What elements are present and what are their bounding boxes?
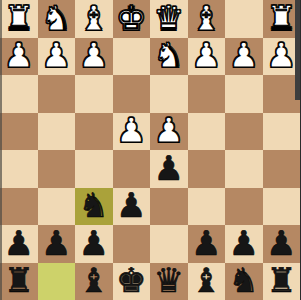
- square-g5[interactable]: [38, 150, 76, 188]
- square-g8[interactable]: [38, 263, 76, 300]
- square-f2[interactable]: ♟: [75, 38, 113, 76]
- square-c3[interactable]: [188, 75, 226, 113]
- square-a7[interactable]: ♟: [263, 225, 301, 263]
- square-c6[interactable]: [188, 188, 226, 226]
- right-edge-strip: [295, 0, 300, 100]
- square-g7[interactable]: ♟: [38, 225, 76, 263]
- square-g2[interactable]: ♟: [38, 38, 76, 76]
- square-f8[interactable]: ♝: [75, 263, 113, 300]
- square-h6[interactable]: [0, 188, 38, 226]
- white-bishop[interactable]: ♝: [79, 1, 109, 35]
- square-e3[interactable]: [113, 75, 151, 113]
- square-d1[interactable]: ♛: [150, 0, 188, 38]
- black-bishop[interactable]: ♝: [191, 263, 221, 297]
- square-e7[interactable]: [113, 225, 151, 263]
- board-left-edge: [0, 0, 2, 300]
- black-queen[interactable]: ♛: [154, 263, 184, 297]
- square-e6[interactable]: ♟: [113, 188, 151, 226]
- square-c1[interactable]: ♝: [188, 0, 226, 38]
- square-d3[interactable]: [150, 75, 188, 113]
- black-king[interactable]: ♚: [116, 263, 146, 297]
- square-b3[interactable]: [225, 75, 263, 113]
- square-e5[interactable]: [113, 150, 151, 188]
- square-f3[interactable]: [75, 75, 113, 113]
- square-d6[interactable]: [150, 188, 188, 226]
- square-d7[interactable]: [150, 225, 188, 263]
- square-g3[interactable]: [38, 75, 76, 113]
- square-f6[interactable]: ♞: [75, 188, 113, 226]
- square-a6[interactable]: [263, 188, 301, 226]
- square-f5[interactable]: [75, 150, 113, 188]
- black-pawn[interactable]: ♟: [79, 226, 109, 260]
- white-pawn[interactable]: ♟: [191, 38, 221, 72]
- black-pawn[interactable]: ♟: [4, 226, 34, 260]
- black-pawn[interactable]: ♟: [116, 188, 146, 222]
- square-b1[interactable]: [225, 0, 263, 38]
- white-knight[interactable]: ♞: [41, 1, 71, 35]
- square-c2[interactable]: ♟: [188, 38, 226, 76]
- white-queen[interactable]: ♛: [154, 1, 184, 35]
- square-b2[interactable]: ♟: [225, 38, 263, 76]
- square-a5[interactable]: [263, 150, 301, 188]
- square-b7[interactable]: ♟: [225, 225, 263, 263]
- square-f4[interactable]: [75, 113, 113, 151]
- chess-board: ♜♞♝♚♛♝♜♟♟♟♞♟♟♟♟♟♟♞♟♟♟♟♟♟♟♜♝♚♛♝♞♜: [0, 0, 300, 300]
- white-pawn[interactable]: ♟: [116, 113, 146, 147]
- black-knight[interactable]: ♞: [79, 188, 109, 222]
- square-b6[interactable]: [225, 188, 263, 226]
- white-rook[interactable]: ♜: [4, 1, 34, 35]
- square-e2[interactable]: [113, 38, 151, 76]
- square-b8[interactable]: ♞: [225, 263, 263, 300]
- black-rook[interactable]: ♜: [266, 263, 296, 297]
- white-knight[interactable]: ♞: [154, 38, 184, 72]
- square-e8[interactable]: ♚: [113, 263, 151, 300]
- square-c5[interactable]: [188, 150, 226, 188]
- white-bishop[interactable]: ♝: [191, 1, 221, 35]
- square-c7[interactable]: ♟: [188, 225, 226, 263]
- white-pawn[interactable]: ♟: [41, 38, 71, 72]
- square-g6[interactable]: [38, 188, 76, 226]
- square-d4[interactable]: ♟: [150, 113, 188, 151]
- square-h7[interactable]: ♟: [0, 225, 38, 263]
- white-king[interactable]: ♚: [116, 1, 146, 35]
- square-c8[interactable]: ♝: [188, 263, 226, 300]
- square-e4[interactable]: ♟: [113, 113, 151, 151]
- square-c4[interactable]: [188, 113, 226, 151]
- black-pawn[interactable]: ♟: [191, 226, 221, 260]
- square-g1[interactable]: ♞: [38, 0, 76, 38]
- square-b4[interactable]: [225, 113, 263, 151]
- white-pawn[interactable]: ♟: [79, 38, 109, 72]
- square-h3[interactable]: [0, 75, 38, 113]
- black-knight[interactable]: ♞: [229, 263, 259, 297]
- black-pawn[interactable]: ♟: [41, 226, 71, 260]
- square-b5[interactable]: [225, 150, 263, 188]
- chess-board-container: ♜♞♝♚♛♝♜♟♟♟♞♟♟♟♟♟♟♞♟♟♟♟♟♟♟♜♝♚♛♝♞♜: [0, 0, 300, 300]
- white-pawn[interactable]: ♟: [154, 113, 184, 147]
- square-f7[interactable]: ♟: [75, 225, 113, 263]
- square-g4[interactable]: [38, 113, 76, 151]
- white-pawn[interactable]: ♟: [4, 38, 34, 72]
- black-pawn[interactable]: ♟: [154, 151, 184, 185]
- square-a8[interactable]: ♜: [263, 263, 301, 300]
- black-bishop[interactable]: ♝: [79, 263, 109, 297]
- square-e1[interactable]: ♚: [113, 0, 151, 38]
- square-d8[interactable]: ♛: [150, 263, 188, 300]
- square-h4[interactable]: [0, 113, 38, 151]
- square-d5[interactable]: ♟: [150, 150, 188, 188]
- square-h1[interactable]: ♜: [0, 0, 38, 38]
- square-d2[interactable]: ♞: [150, 38, 188, 76]
- black-rook[interactable]: ♜: [4, 263, 34, 297]
- white-rook[interactable]: ♜: [266, 1, 296, 35]
- black-pawn[interactable]: ♟: [266, 226, 296, 260]
- square-a4[interactable]: [263, 113, 301, 151]
- white-pawn[interactable]: ♟: [229, 38, 259, 72]
- black-pawn[interactable]: ♟: [229, 226, 259, 260]
- square-f1[interactable]: ♝: [75, 0, 113, 38]
- square-h8[interactable]: ♜: [0, 263, 38, 300]
- square-h5[interactable]: [0, 150, 38, 188]
- square-h2[interactable]: ♟: [0, 38, 38, 76]
- white-pawn[interactable]: ♟: [266, 38, 296, 72]
